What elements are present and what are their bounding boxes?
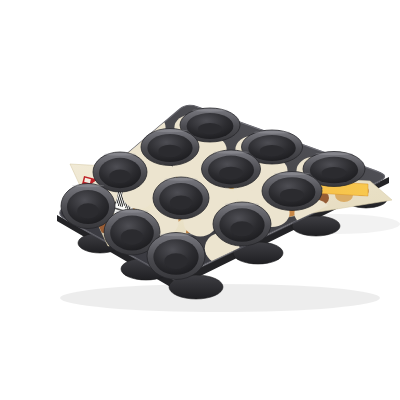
muffin-pan-photo: Bakeware <box>0 0 400 400</box>
muffin-cup <box>153 177 209 219</box>
product-photo: Bakeware <box>0 0 400 400</box>
muffin-cup <box>213 202 271 246</box>
muffin-cup <box>202 150 261 188</box>
muffin-cup <box>141 129 199 166</box>
muffin-cup <box>147 233 205 280</box>
muffin-cup <box>262 172 322 211</box>
